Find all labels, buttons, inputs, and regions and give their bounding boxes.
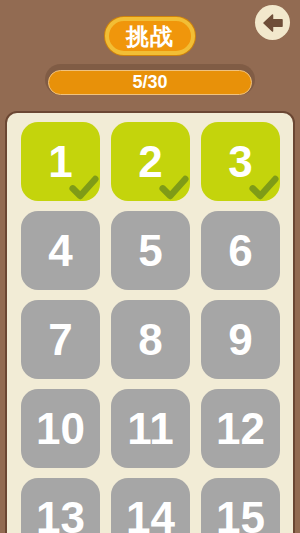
level-tile-4[interactable]: 4 bbox=[21, 211, 100, 290]
level-number: 4 bbox=[48, 229, 72, 273]
level-number: 13 bbox=[36, 496, 85, 533]
level-select-screen: 挑战 5/30 123456789101112131415 bbox=[0, 0, 300, 533]
checkmark-icon bbox=[69, 175, 99, 200]
challenge-mode-label: 挑战 bbox=[126, 21, 174, 52]
level-tile-11[interactable]: 11 bbox=[111, 389, 190, 468]
level-tile-7[interactable]: 7 bbox=[21, 300, 100, 379]
level-tile-14[interactable]: 14 bbox=[111, 478, 190, 533]
level-tile-6[interactable]: 6 bbox=[201, 211, 280, 290]
level-tile-10[interactable]: 10 bbox=[21, 389, 100, 468]
level-number: 6 bbox=[228, 229, 252, 273]
level-tile-5[interactable]: 5 bbox=[111, 211, 190, 290]
level-number: 5 bbox=[138, 229, 162, 273]
progress-label: 5/30 bbox=[132, 72, 167, 93]
level-tile-1[interactable]: 1 bbox=[21, 122, 100, 201]
level-tile-3[interactable]: 3 bbox=[201, 122, 280, 201]
level-number: 10 bbox=[36, 407, 85, 451]
level-tile-9[interactable]: 9 bbox=[201, 300, 280, 379]
level-grid: 123456789101112131415 bbox=[7, 113, 293, 533]
challenge-mode-button[interactable]: 挑战 bbox=[105, 17, 195, 55]
level-tile-2[interactable]: 2 bbox=[111, 122, 190, 201]
level-number: 8 bbox=[138, 318, 162, 362]
level-tile-13[interactable]: 13 bbox=[21, 478, 100, 533]
level-tile-12[interactable]: 12 bbox=[201, 389, 280, 468]
level-number: 15 bbox=[216, 496, 265, 533]
level-panel: 123456789101112131415 bbox=[5, 111, 295, 533]
level-number: 14 bbox=[126, 496, 175, 533]
level-number: 12 bbox=[216, 407, 265, 451]
checkmark-icon bbox=[159, 175, 189, 200]
back-arrow-icon bbox=[263, 14, 283, 32]
checkmark-icon bbox=[249, 175, 279, 200]
back-button[interactable] bbox=[255, 5, 290, 40]
level-number: 11 bbox=[127, 407, 174, 451]
progress-bar: 5/30 bbox=[48, 70, 252, 95]
level-tile-8[interactable]: 8 bbox=[111, 300, 190, 379]
level-number: 7 bbox=[48, 318, 72, 362]
level-number: 9 bbox=[228, 318, 252, 362]
level-tile-15[interactable]: 15 bbox=[201, 478, 280, 533]
